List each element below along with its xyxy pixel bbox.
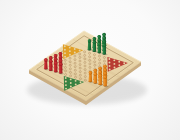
hole [64,52,66,54]
chinese-checkers-board [0,0,180,140]
hole [64,45,66,47]
hole [75,80,77,82]
hole [118,64,120,66]
hole [79,49,81,51]
hole [65,88,67,90]
hole [123,62,125,64]
hole [113,59,115,61]
hole [109,69,111,71]
hole [64,49,66,51]
photo-background [0,0,180,140]
hole [75,83,77,85]
hole [70,86,72,88]
hole [108,58,110,60]
hole [65,77,67,79]
hole [69,50,71,52]
hole [74,52,76,54]
hole [113,63,115,65]
hole [70,78,72,80]
hole [69,54,71,56]
hole [114,66,116,68]
hole [65,84,67,86]
hole [70,82,72,84]
hole [65,81,67,83]
hole [109,65,111,67]
hole [74,48,76,50]
hole [80,81,82,83]
hole [118,61,120,63]
hole [108,62,110,64]
hole [64,56,66,58]
hole [69,47,71,49]
